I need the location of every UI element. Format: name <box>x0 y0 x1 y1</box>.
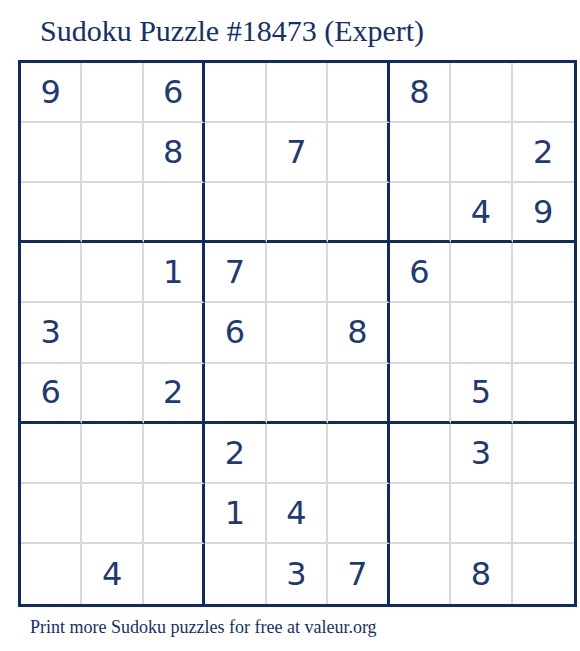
cell-r7c4: 2 <box>205 424 266 484</box>
page-title: Sudoku Puzzle #18473 (Expert) <box>40 14 424 48</box>
cell-r3c8: 4 <box>451 183 512 243</box>
cell-r2c6 <box>328 123 389 183</box>
cell-r3c1 <box>21 183 82 243</box>
cell-r7c6 <box>328 424 389 484</box>
cell-r7c2 <box>82 424 143 484</box>
cell-r4c1 <box>21 243 82 303</box>
cell-r7c7 <box>390 424 451 484</box>
cell-r1c6 <box>328 63 389 123</box>
cell-r6c4 <box>205 364 266 424</box>
cell-r3c2 <box>82 183 143 243</box>
cell-r3c4 <box>205 183 266 243</box>
cell-r5c8 <box>451 303 512 363</box>
cell-r1c3: 6 <box>144 63 205 123</box>
cell-r2c9: 2 <box>513 123 574 183</box>
cell-r5c5 <box>267 303 328 363</box>
cell-r9c5: 3 <box>267 544 328 604</box>
cell-r6c5 <box>267 364 328 424</box>
cell-r3c9: 9 <box>513 183 574 243</box>
cell-r5c6: 8 <box>328 303 389 363</box>
cell-r1c9 <box>513 63 574 123</box>
cell-r2c4 <box>205 123 266 183</box>
cell-r6c7 <box>390 364 451 424</box>
cell-r2c3: 8 <box>144 123 205 183</box>
cell-r3c6 <box>328 183 389 243</box>
cell-r1c8 <box>451 63 512 123</box>
cell-r5c4: 6 <box>205 303 266 363</box>
cell-r9c9 <box>513 544 574 604</box>
cell-r4c4: 7 <box>205 243 266 303</box>
cell-r8c2 <box>82 484 143 544</box>
cell-r1c5 <box>267 63 328 123</box>
cell-r2c7 <box>390 123 451 183</box>
cell-r1c7: 8 <box>390 63 451 123</box>
cell-r9c1 <box>21 544 82 604</box>
cell-r6c9 <box>513 364 574 424</box>
cell-r4c5 <box>267 243 328 303</box>
sudoku-page: Sudoku Puzzle #18473 (Expert) 9688724917… <box>0 0 580 651</box>
cell-r8c4: 1 <box>205 484 266 544</box>
cell-r4c2 <box>82 243 143 303</box>
cell-r5c9 <box>513 303 574 363</box>
cell-r8c1 <box>21 484 82 544</box>
cell-r9c4 <box>205 544 266 604</box>
cell-r8c9 <box>513 484 574 544</box>
cell-r4c3: 1 <box>144 243 205 303</box>
cell-r3c5 <box>267 183 328 243</box>
cell-r5c3 <box>144 303 205 363</box>
cell-r9c6: 7 <box>328 544 389 604</box>
cell-r6c2 <box>82 364 143 424</box>
cell-r6c3: 2 <box>144 364 205 424</box>
cell-r7c3 <box>144 424 205 484</box>
cell-r2c8 <box>451 123 512 183</box>
cell-r5c7 <box>390 303 451 363</box>
cell-r9c7 <box>390 544 451 604</box>
sudoku-board: 9688724917636862523144378 <box>18 60 577 607</box>
cell-r9c2: 4 <box>82 544 143 604</box>
cell-r7c8: 3 <box>451 424 512 484</box>
cell-r4c7: 6 <box>390 243 451 303</box>
cell-r5c2 <box>82 303 143 363</box>
cell-r4c6 <box>328 243 389 303</box>
cell-r2c5: 7 <box>267 123 328 183</box>
cell-r1c2 <box>82 63 143 123</box>
cell-r6c1: 6 <box>21 364 82 424</box>
cell-r5c1: 3 <box>21 303 82 363</box>
cell-r9c8: 8 <box>451 544 512 604</box>
cell-r6c8: 5 <box>451 364 512 424</box>
cell-r8c5: 4 <box>267 484 328 544</box>
cell-r1c1: 9 <box>21 63 82 123</box>
cell-r4c8 <box>451 243 512 303</box>
cell-r4c9 <box>513 243 574 303</box>
footer-text: Print more Sudoku puzzles for free at va… <box>30 617 377 638</box>
cell-r7c9 <box>513 424 574 484</box>
cell-r9c3 <box>144 544 205 604</box>
cell-r3c7 <box>390 183 451 243</box>
cell-r2c1 <box>21 123 82 183</box>
cell-r8c6 <box>328 484 389 544</box>
cell-r1c4 <box>205 63 266 123</box>
cell-r8c8 <box>451 484 512 544</box>
cell-r7c1 <box>21 424 82 484</box>
cell-r6c6 <box>328 364 389 424</box>
cell-r3c3 <box>144 183 205 243</box>
cell-r8c7 <box>390 484 451 544</box>
cell-r2c2 <box>82 123 143 183</box>
cell-r7c5 <box>267 424 328 484</box>
cell-r8c3 <box>144 484 205 544</box>
